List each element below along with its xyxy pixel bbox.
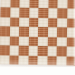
board-square-4-3[interactable] xyxy=(28,37,38,47)
board-square-1-0[interactable] xyxy=(0,8,9,18)
board-square-2-5[interactable] xyxy=(47,18,57,28)
board-square-5-3[interactable] xyxy=(28,46,38,56)
board-square-3-0[interactable] xyxy=(0,27,9,37)
board-square-6-0[interactable] xyxy=(0,55,9,65)
background-strip xyxy=(0,67,75,75)
board-square-3-5[interactable] xyxy=(47,28,57,38)
board-square-2-6[interactable] xyxy=(57,18,67,28)
board-square-3-2[interactable] xyxy=(18,27,28,37)
board-square-5-0[interactable] xyxy=(0,46,9,56)
board-square-0-6[interactable] xyxy=(57,0,67,9)
board-square-4-5[interactable] xyxy=(47,37,57,47)
board-square-2-7[interactable] xyxy=(66,19,75,29)
board-square-3-1[interactable] xyxy=(9,27,19,37)
board-square-4-6[interactable] xyxy=(56,37,66,47)
board-square-1-3[interactable] xyxy=(28,8,38,18)
board-square-1-4[interactable] xyxy=(38,9,48,19)
board-square-6-3[interactable] xyxy=(27,56,37,66)
board-square-4-0[interactable] xyxy=(0,36,9,46)
board-square-4-7[interactable] xyxy=(66,37,75,47)
board-square-2-1[interactable] xyxy=(9,18,19,28)
board-square-6-6[interactable] xyxy=(56,56,66,66)
board-square-1-5[interactable] xyxy=(47,9,57,19)
board-square-6-1[interactable] xyxy=(8,55,18,65)
board-square-6-7[interactable] xyxy=(65,56,75,66)
board xyxy=(0,0,75,66)
board-square-4-2[interactable] xyxy=(18,37,28,47)
board-square-1-2[interactable] xyxy=(19,8,29,18)
board-square-3-3[interactable] xyxy=(28,27,38,37)
board-square-4-4[interactable] xyxy=(37,37,47,47)
board-square-2-0[interactable] xyxy=(0,17,9,27)
board-square-6-4[interactable] xyxy=(37,56,47,66)
board-square-3-4[interactable] xyxy=(37,27,47,37)
board-square-2-4[interactable] xyxy=(38,18,48,28)
board-square-2-2[interactable] xyxy=(19,18,29,28)
board-square-5-2[interactable] xyxy=(18,46,28,56)
board-square-6-5[interactable] xyxy=(46,56,56,66)
board-square-2-3[interactable] xyxy=(28,18,38,28)
board-square-5-5[interactable] xyxy=(47,47,57,57)
board-square-3-6[interactable] xyxy=(56,28,66,38)
board-square-5-6[interactable] xyxy=(56,47,66,57)
board-square-0-7[interactable] xyxy=(66,0,75,9)
board-square-4-1[interactable] xyxy=(9,36,19,46)
board-photo xyxy=(0,0,75,75)
board-square-5-4[interactable] xyxy=(37,46,47,56)
board-square-6-2[interactable] xyxy=(18,55,28,65)
board-square-1-7[interactable] xyxy=(66,9,75,19)
board-square-3-7[interactable] xyxy=(66,28,75,38)
board-square-1-1[interactable] xyxy=(9,8,19,18)
board-square-5-7[interactable] xyxy=(66,47,75,57)
board-square-1-6[interactable] xyxy=(57,9,67,19)
board-square-5-1[interactable] xyxy=(9,46,19,56)
